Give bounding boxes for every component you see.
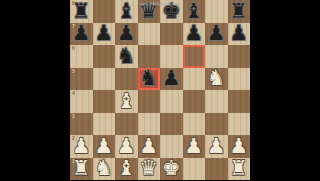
square-h4[interactable] — [228, 90, 251, 113]
square-h2[interactable]: ♟ — [228, 135, 251, 158]
letterbox-left — [0, 0, 70, 180]
rank-label-5: 5 — [72, 69, 75, 74]
square-e6[interactable] — [160, 45, 183, 68]
square-h5[interactable] — [228, 68, 251, 91]
square-e3[interactable] — [160, 113, 183, 136]
piece-white-rook[interactable]: ♜ — [228, 158, 251, 181]
square-d6[interactable] — [138, 45, 161, 68]
square-h8[interactable]: ♜ — [228, 0, 251, 23]
letterbox-right — [250, 0, 320, 180]
square-c2[interactable]: ♟ — [115, 135, 138, 158]
square-c6[interactable]: ♞ — [115, 45, 138, 68]
square-d3[interactable] — [138, 113, 161, 136]
square-h7[interactable]: ♟ — [228, 23, 251, 46]
square-a2[interactable]: 2♟ — [70, 135, 93, 158]
piece-white-knight[interactable]: ♞ — [205, 68, 228, 91]
square-e2[interactable] — [160, 135, 183, 158]
piece-black-pawn[interactable]: ♟ — [183, 23, 206, 46]
piece-black-pawn[interactable]: ♟ — [205, 23, 228, 46]
square-a4[interactable]: 4 — [70, 90, 93, 113]
square-h1[interactable]: ♜ — [228, 158, 251, 181]
watermark-text: www.BANDICAM.com — [93, 1, 227, 5]
rank-label-1: 1 — [72, 159, 75, 164]
square-f5[interactable] — [183, 68, 206, 91]
piece-white-king[interactable]: ♚ — [160, 158, 183, 181]
square-a7[interactable]: 7♟ — [70, 23, 93, 46]
piece-black-pawn[interactable]: ♟ — [228, 23, 251, 46]
square-d1[interactable]: ♛ — [138, 158, 161, 181]
square-d4[interactable] — [138, 90, 161, 113]
piece-black-rook[interactable]: ♜ — [228, 0, 251, 23]
square-h3[interactable] — [228, 113, 251, 136]
piece-black-knight[interactable]: ♞ — [115, 45, 138, 68]
square-f2[interactable]: ♟ — [183, 135, 206, 158]
rank-label-6: 6 — [72, 46, 75, 51]
square-e4[interactable] — [160, 90, 183, 113]
piece-white-pawn[interactable]: ♟ — [205, 135, 228, 158]
square-a6[interactable]: 6 — [70, 45, 93, 68]
rank-label-3: 3 — [72, 114, 75, 119]
square-b1[interactable]: ♞ — [93, 158, 116, 181]
square-g4[interactable] — [205, 90, 228, 113]
rank-label-7: 7 — [72, 24, 75, 29]
rank-label-4: 4 — [72, 91, 75, 96]
square-e7[interactable] — [160, 23, 183, 46]
piece-black-pawn[interactable]: ♟ — [115, 23, 138, 46]
square-g5[interactable]: ♞ — [205, 68, 228, 91]
square-d7[interactable] — [138, 23, 161, 46]
piece-black-knight[interactable]: ♞ — [138, 68, 161, 91]
piece-white-pawn[interactable]: ♟ — [93, 135, 116, 158]
square-c4[interactable]: ♝ — [115, 90, 138, 113]
rank-label-8: 8 — [72, 1, 75, 6]
square-a5[interactable]: 5 — [70, 68, 93, 91]
piece-white-pawn[interactable]: ♟ — [183, 135, 206, 158]
piece-black-pawn[interactable]: ♟ — [93, 23, 116, 46]
piece-white-queen[interactable]: ♛ — [138, 158, 161, 181]
square-f4[interactable] — [183, 90, 206, 113]
square-f7[interactable]: ♟ — [183, 23, 206, 46]
rank-label-2: 2 — [72, 136, 75, 141]
square-g6[interactable] — [205, 45, 228, 68]
piece-white-bishop[interactable]: ♝ — [115, 158, 138, 181]
square-e5[interactable]: ♟ — [160, 68, 183, 91]
square-a8[interactable]: 8♜ — [70, 0, 93, 23]
square-g3[interactable] — [205, 113, 228, 136]
square-g7[interactable]: ♟ — [205, 23, 228, 46]
square-c7[interactable]: ♟ — [115, 23, 138, 46]
piece-white-knight[interactable]: ♞ — [93, 158, 116, 181]
square-b4[interactable] — [93, 90, 116, 113]
piece-black-pawn[interactable]: ♟ — [160, 68, 183, 91]
square-d5[interactable]: ♞ — [138, 68, 161, 91]
square-h6[interactable] — [228, 45, 251, 68]
square-f1[interactable] — [183, 158, 206, 181]
square-b7[interactable]: ♟ — [93, 23, 116, 46]
square-e1[interactable]: ♚ — [160, 158, 183, 181]
square-a1[interactable]: 1♜ — [70, 158, 93, 181]
chess-board: 8♜♝♛♚♝♜7♟♟♟♟♟♟6♞5♞♟♞4♝32♟♟♟♟♟♟♟1♜♞♝♛♚♜ — [70, 0, 250, 180]
square-f6[interactable] — [183, 45, 206, 68]
square-b2[interactable]: ♟ — [93, 135, 116, 158]
square-g2[interactable]: ♟ — [205, 135, 228, 158]
piece-white-pawn[interactable]: ♟ — [138, 135, 161, 158]
square-c5[interactable] — [115, 68, 138, 91]
square-b3[interactable] — [93, 113, 116, 136]
square-c3[interactable] — [115, 113, 138, 136]
square-c1[interactable]: ♝ — [115, 158, 138, 181]
square-b6[interactable] — [93, 45, 116, 68]
piece-white-pawn[interactable]: ♟ — [115, 135, 138, 158]
piece-white-pawn[interactable]: ♟ — [228, 135, 251, 158]
piece-white-bishop[interactable]: ♝ — [115, 90, 138, 113]
square-d2[interactable]: ♟ — [138, 135, 161, 158]
square-g1[interactable] — [205, 158, 228, 181]
square-f3[interactable] — [183, 113, 206, 136]
square-a3[interactable]: 3 — [70, 113, 93, 136]
square-b5[interactable] — [93, 68, 116, 91]
